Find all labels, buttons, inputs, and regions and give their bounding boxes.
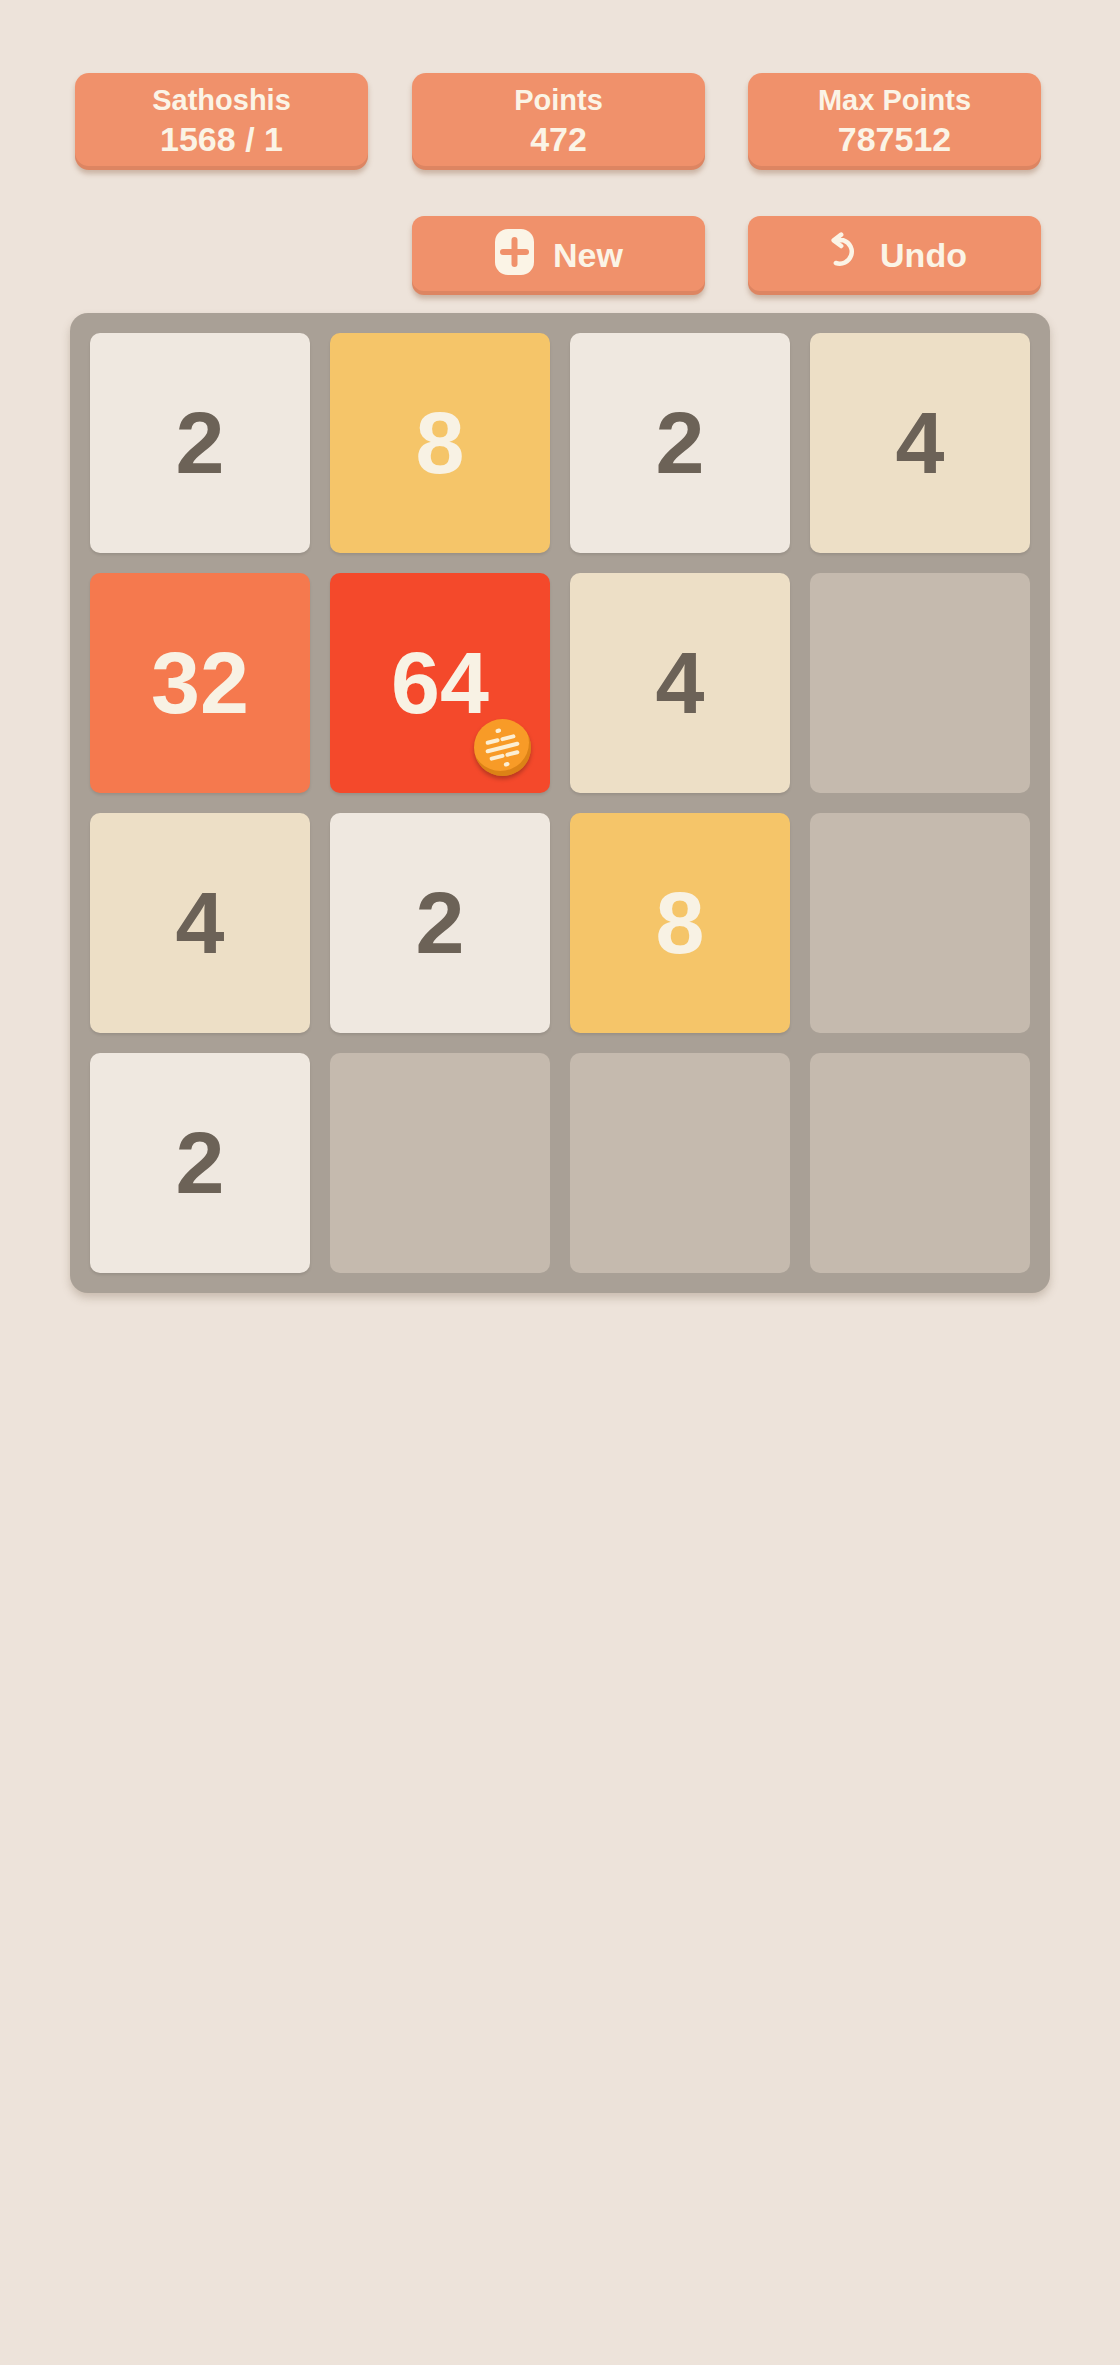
undo-button-label: Undo [880,236,967,275]
stat-value: 472 [530,118,587,161]
stat-box-points: Points 472 [412,73,705,170]
tile-value: 2 [656,399,705,487]
tile-4: 4 [810,333,1030,553]
tile-8: 8 [330,333,550,553]
tile-value: 2 [176,399,225,487]
tile-32: 32 [90,573,310,793]
new-game-button[interactable]: New [412,216,705,295]
tile-value: 4 [656,639,705,727]
tile-64: 64 [330,573,550,793]
stat-value: 1568 / 1 [160,118,283,161]
tile-4: 4 [570,573,790,793]
new-button-label: New [553,236,623,275]
stat-label: Max Points [818,82,971,118]
coin-icon [474,719,531,776]
tile-value: 64 [391,639,489,727]
stat-label: Points [514,82,603,118]
tile-value: 4 [896,399,945,487]
undo-arrow-icon [822,232,862,280]
tile-8: 8 [570,813,790,1033]
tile-value: 32 [151,639,249,727]
stat-label: Sathoshis [152,82,291,118]
empty-cell [330,1053,550,1273]
tile-value: 2 [176,1119,225,1207]
tile-2: 2 [90,1053,310,1273]
stat-value: 787512 [838,118,951,161]
stat-box-sathoshis: Sathoshis 1568 / 1 [75,73,368,170]
tile-value: 8 [656,879,705,967]
tile-value: 4 [176,879,225,967]
empty-cell [810,1053,1030,1273]
tile-2: 2 [90,333,310,553]
tile-4: 4 [90,813,310,1033]
empty-cell [810,813,1030,1033]
plus-icon [494,228,535,284]
empty-cell [810,573,1030,793]
board-grid[interactable]: 2824326444282 [70,313,1050,1293]
empty-cell [570,1053,790,1273]
stat-box-max-points: Max Points 787512 [748,73,1041,170]
tile-2: 2 [330,813,550,1033]
tile-value: 8 [416,399,465,487]
undo-button[interactable]: Undo [748,216,1041,295]
tile-value: 2 [416,879,465,967]
tile-2: 2 [570,333,790,553]
